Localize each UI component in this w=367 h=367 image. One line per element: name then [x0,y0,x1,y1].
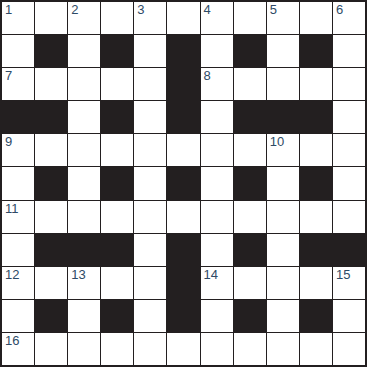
white-cell[interactable] [267,234,299,266]
white-cell[interactable] [134,134,166,166]
white-cell[interactable] [134,234,166,266]
clue-number: 4 [204,3,211,17]
white-cell[interactable] [101,68,133,100]
white-cell[interactable] [333,101,365,133]
white-cell[interactable] [2,300,34,332]
white-cell[interactable]: 2 [68,2,100,34]
white-cell[interactable] [333,167,365,199]
black-cell [300,167,332,199]
black-cell [101,234,133,266]
crossword-puzzle: 12345678910111213141516 [0,0,367,367]
white-cell[interactable] [333,68,365,100]
white-cell[interactable] [333,300,365,332]
white-cell[interactable] [101,134,133,166]
white-cell[interactable] [134,68,166,100]
white-cell[interactable] [300,2,332,34]
white-cell[interactable] [2,167,34,199]
white-cell[interactable] [333,333,365,365]
white-cell[interactable] [167,333,199,365]
black-cell [101,167,133,199]
black-cell [167,234,199,266]
clue-number: 14 [204,268,218,282]
black-cell [167,68,199,100]
black-cell [300,234,332,266]
clue-number: 9 [5,135,12,149]
black-cell [35,234,67,266]
white-cell[interactable] [300,134,332,166]
black-cell [101,35,133,67]
white-cell[interactable] [267,201,299,233]
black-cell [167,167,199,199]
black-cell [167,300,199,332]
white-cell[interactable] [101,267,133,299]
clue-number: 3 [137,3,144,17]
black-cell [68,234,100,266]
black-cell [167,101,199,133]
white-cell[interactable] [134,300,166,332]
white-cell[interactable] [267,333,299,365]
black-cell [35,35,67,67]
clue-number: 16 [5,334,19,348]
clue-number: 11 [5,202,19,216]
white-cell[interactable] [2,35,34,67]
clue-number: 13 [71,268,85,282]
white-cell[interactable] [68,134,100,166]
white-cell[interactable] [267,300,299,332]
clue-number: 12 [5,268,19,282]
black-cell [35,300,67,332]
white-cell[interactable]: 10 [267,134,299,166]
white-cell[interactable] [68,201,100,233]
white-cell[interactable]: 9 [2,134,34,166]
white-cell[interactable] [68,68,100,100]
black-cell [101,101,133,133]
white-cell[interactable] [234,134,266,166]
white-cell[interactable] [167,134,199,166]
white-cell[interactable] [333,35,365,67]
white-cell[interactable]: 7 [2,68,34,100]
white-cell[interactable] [35,2,67,34]
white-cell[interactable] [167,2,199,34]
white-cell[interactable] [2,234,34,266]
white-cell[interactable]: 4 [201,2,233,34]
white-cell[interactable] [68,333,100,365]
clue-number: 1 [5,3,12,17]
white-cell[interactable] [234,201,266,233]
white-cell[interactable] [35,68,67,100]
white-cell[interactable]: 6 [333,2,365,34]
white-cell[interactable]: 11 [2,201,34,233]
black-cell [234,300,266,332]
white-cell[interactable]: 13 [68,267,100,299]
white-cell[interactable] [134,267,166,299]
white-cell[interactable] [68,35,100,67]
black-cell [333,234,365,266]
white-cell[interactable] [201,333,233,365]
white-cell[interactable] [35,333,67,365]
black-cell [300,35,332,67]
black-cell [234,167,266,199]
clue-number: 15 [336,268,350,282]
clue-number: 2 [71,3,78,17]
white-cell[interactable] [68,300,100,332]
white-cell[interactable] [234,2,266,34]
black-cell [2,101,34,133]
clue-number: 7 [5,69,12,83]
white-cell[interactable] [300,68,332,100]
white-cell[interactable]: 5 [267,2,299,34]
white-cell[interactable]: 15 [333,267,365,299]
white-cell[interactable] [234,267,266,299]
white-cell[interactable] [300,333,332,365]
black-cell [300,101,332,133]
clue-number: 6 [336,3,343,17]
white-cell[interactable] [267,35,299,67]
white-cell[interactable] [35,134,67,166]
white-cell[interactable] [201,300,233,332]
white-cell[interactable] [300,201,332,233]
white-cell[interactable]: 8 [201,68,233,100]
white-cell[interactable] [134,35,166,67]
white-cell[interactable] [167,201,199,233]
white-cell[interactable] [333,201,365,233]
black-cell [300,300,332,332]
clue-number: 8 [204,69,211,83]
white-cell[interactable] [35,201,67,233]
white-cell[interactable] [201,101,233,133]
crossword-grid: 12345678910111213141516 [0,0,367,367]
clue-number: 5 [270,3,277,17]
white-cell[interactable] [101,333,133,365]
black-cell [234,101,266,133]
white-cell[interactable] [101,2,133,34]
clue-number: 10 [270,135,284,149]
white-cell[interactable]: 1 [2,2,34,34]
white-cell[interactable] [333,134,365,166]
black-cell [234,35,266,67]
black-cell [234,234,266,266]
white-cell[interactable] [267,267,299,299]
white-cell[interactable] [201,201,233,233]
white-cell[interactable] [134,167,166,199]
black-cell [167,267,199,299]
white-cell[interactable] [201,35,233,67]
white-cell[interactable]: 12 [2,267,34,299]
white-cell[interactable]: 16 [2,333,34,365]
white-cell[interactable] [68,101,100,133]
white-cell[interactable] [300,267,332,299]
white-cell[interactable] [267,68,299,100]
white-cell[interactable] [35,267,67,299]
white-cell[interactable] [134,333,166,365]
black-cell [267,101,299,133]
white-cell[interactable] [201,167,233,199]
black-cell [101,300,133,332]
white-cell[interactable] [68,167,100,199]
black-cell [167,35,199,67]
white-cell[interactable] [201,134,233,166]
white-cell[interactable]: 3 [134,2,166,34]
white-cell[interactable] [234,333,266,365]
black-cell [35,101,67,133]
white-cell[interactable] [134,201,166,233]
black-cell [35,167,67,199]
white-cell[interactable]: 14 [201,267,233,299]
white-cell[interactable] [134,101,166,133]
white-cell[interactable] [201,234,233,266]
white-cell[interactable] [234,68,266,100]
white-cell[interactable] [267,167,299,199]
white-cell[interactable] [101,201,133,233]
